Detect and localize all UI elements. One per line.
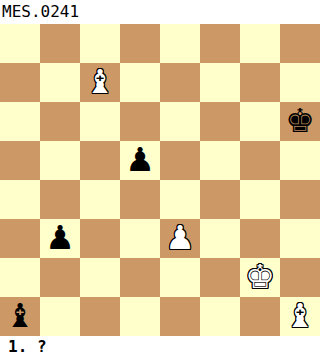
square-g2[interactable]: ♚ <box>240 258 280 297</box>
square-d2[interactable] <box>120 258 160 297</box>
square-g1[interactable] <box>240 297 280 336</box>
square-e1[interactable] <box>160 297 200 336</box>
square-f8[interactable] <box>200 24 240 63</box>
square-a4[interactable] <box>0 180 40 219</box>
square-c2[interactable] <box>80 258 120 297</box>
square-f4[interactable] <box>200 180 240 219</box>
square-h6[interactable]: ♚ <box>280 102 320 141</box>
puzzle-id-label: MES.0241 <box>0 0 320 24</box>
square-e2[interactable] <box>160 258 200 297</box>
square-h8[interactable] <box>280 24 320 63</box>
white-bishop-piece: ♝ <box>285 299 315 332</box>
square-g5[interactable] <box>240 141 280 180</box>
square-b5[interactable] <box>40 141 80 180</box>
square-g3[interactable] <box>240 219 280 258</box>
square-d8[interactable] <box>120 24 160 63</box>
square-b2[interactable] <box>40 258 80 297</box>
square-e7[interactable] <box>160 63 200 102</box>
square-h3[interactable] <box>280 219 320 258</box>
square-h1[interactable]: ♝ <box>280 297 320 336</box>
black-bishop-piece: ♝ <box>5 299 35 332</box>
square-g4[interactable] <box>240 180 280 219</box>
square-h4[interactable] <box>280 180 320 219</box>
black-king-piece: ♚ <box>285 104 315 137</box>
square-g6[interactable] <box>240 102 280 141</box>
square-b7[interactable] <box>40 63 80 102</box>
square-e4[interactable] <box>160 180 200 219</box>
square-e3[interactable]: ♟ <box>160 219 200 258</box>
white-king-piece: ♚ <box>245 260 275 293</box>
square-c4[interactable] <box>80 180 120 219</box>
square-a7[interactable] <box>0 63 40 102</box>
square-f3[interactable] <box>200 219 240 258</box>
square-c8[interactable] <box>80 24 120 63</box>
black-pawn-piece: ♟ <box>125 143 155 176</box>
square-a2[interactable] <box>0 258 40 297</box>
square-g8[interactable] <box>240 24 280 63</box>
black-pawn-piece: ♟ <box>45 221 75 254</box>
square-c6[interactable] <box>80 102 120 141</box>
square-e6[interactable] <box>160 102 200 141</box>
square-c1[interactable] <box>80 297 120 336</box>
square-b8[interactable] <box>40 24 80 63</box>
square-d4[interactable] <box>120 180 160 219</box>
square-d7[interactable] <box>120 63 160 102</box>
square-b3[interactable]: ♟ <box>40 219 80 258</box>
square-f7[interactable] <box>200 63 240 102</box>
white-bishop-piece: ♝ <box>85 65 115 98</box>
square-c3[interactable] <box>80 219 120 258</box>
square-d5[interactable]: ♟ <box>120 141 160 180</box>
square-b6[interactable] <box>40 102 80 141</box>
square-h2[interactable] <box>280 258 320 297</box>
white-pawn-piece: ♟ <box>165 221 195 254</box>
square-h5[interactable] <box>280 141 320 180</box>
square-f6[interactable] <box>200 102 240 141</box>
square-a6[interactable] <box>0 102 40 141</box>
square-f1[interactable] <box>200 297 240 336</box>
square-f5[interactable] <box>200 141 240 180</box>
square-e5[interactable] <box>160 141 200 180</box>
square-h7[interactable] <box>280 63 320 102</box>
square-a5[interactable] <box>0 141 40 180</box>
square-d1[interactable] <box>120 297 160 336</box>
chess-board: ♝♚♟♟♟♚♝♝ <box>0 24 320 336</box>
square-c7[interactable]: ♝ <box>80 63 120 102</box>
chess-puzzle-window: MES.0241 ♝♚♟♟♟♚♝♝ 1. ? <box>0 0 320 360</box>
square-b4[interactable] <box>40 180 80 219</box>
square-b1[interactable] <box>40 297 80 336</box>
square-d6[interactable] <box>120 102 160 141</box>
square-f2[interactable] <box>200 258 240 297</box>
square-c5[interactable] <box>80 141 120 180</box>
square-a3[interactable] <box>0 219 40 258</box>
square-g7[interactable] <box>240 63 280 102</box>
square-e8[interactable] <box>160 24 200 63</box>
square-a1[interactable]: ♝ <box>0 297 40 336</box>
square-a8[interactable] <box>0 24 40 63</box>
square-d3[interactable] <box>120 219 160 258</box>
move-prompt: 1. ? <box>0 336 320 360</box>
